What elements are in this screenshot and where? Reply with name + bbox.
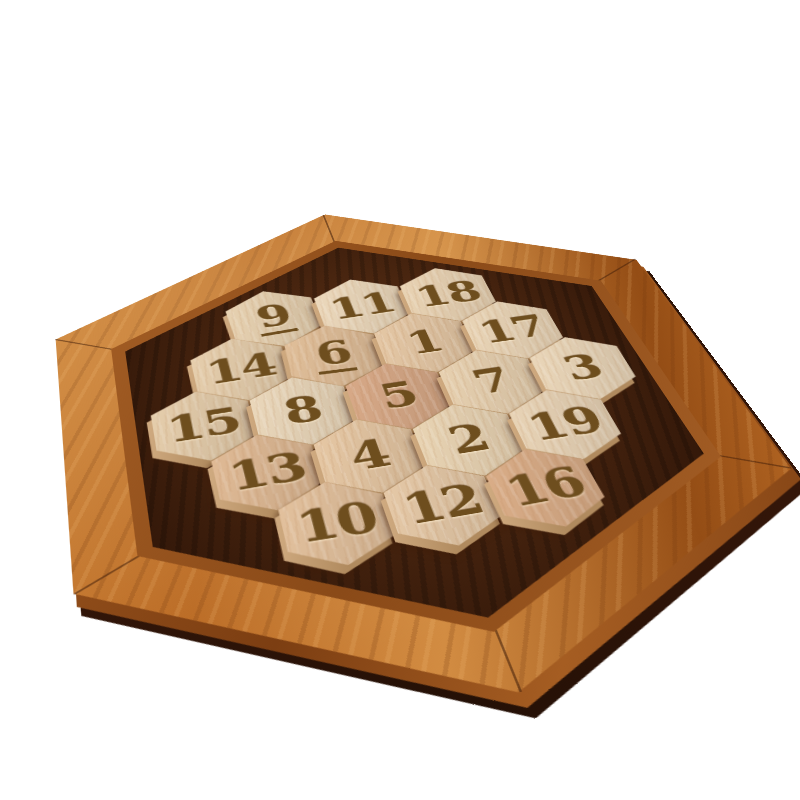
tile-number-text: 2 (441, 419, 496, 460)
tile-number-text: 7 (465, 363, 518, 400)
tile-number-text: 12 (395, 478, 491, 531)
tile-number-text: 1 (400, 325, 449, 359)
tile-number-text: 16 (497, 461, 594, 513)
product-photo-scene: 91118146117158573134219101216 (0, 0, 800, 800)
tiles-layer: 91118146117158573134219101216 (49, 183, 800, 779)
tile-number-text: 4 (343, 434, 396, 476)
tile-number-text: 8 (278, 391, 327, 430)
tile-number-text: 19 (519, 401, 610, 446)
tile-number-text: 3 (556, 350, 610, 385)
puzzle-board: 91118146117158573134219101216 (49, 183, 800, 779)
tile-number-text: 10 (290, 496, 384, 550)
tile-number-text: 5 (373, 377, 424, 415)
